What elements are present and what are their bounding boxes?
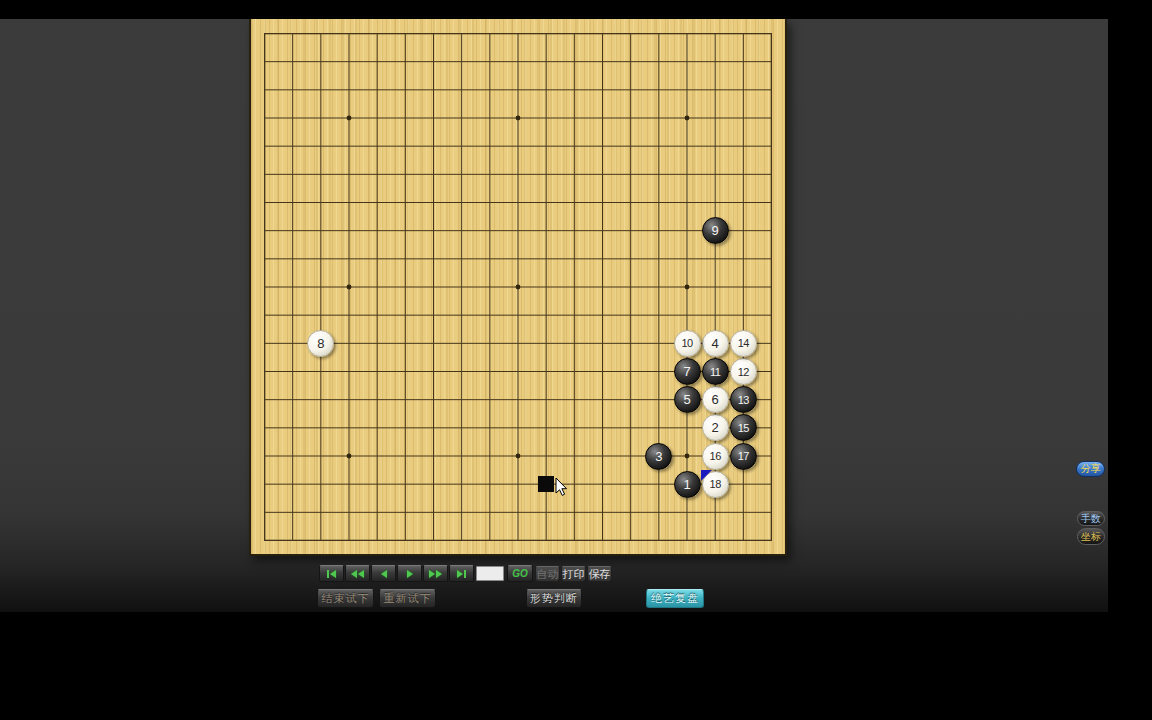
stone-move-14-S8: 14 xyxy=(730,330,757,357)
fast-forward-icon xyxy=(429,570,435,578)
stone-move-8-C8: 8 xyxy=(307,330,334,357)
nav-last-button[interactable] xyxy=(449,565,474,582)
mouse-cursor xyxy=(555,477,569,497)
stone-move-11-R7: 11 xyxy=(702,358,729,385)
share-button[interactable]: 分享 xyxy=(1076,461,1105,477)
go-board[interactable]: 123456789101112131415161718 xyxy=(249,19,787,556)
end-trial-button[interactable]: 结束试下 xyxy=(317,589,374,608)
step-back-icon xyxy=(381,570,387,578)
stone-move-3-P4: 3 xyxy=(645,443,672,470)
stone-move-7-Q7: 7 xyxy=(674,358,701,385)
stone-move-9-R12: 9 xyxy=(702,217,729,244)
skip-to-end-icon xyxy=(457,570,463,578)
stone-move-2-R5: 2 xyxy=(702,414,729,441)
stone-move-5-Q6: 5 xyxy=(674,386,701,413)
nav-first-button[interactable] xyxy=(319,565,344,582)
skip-to-start-icon xyxy=(327,570,329,578)
nav-fast-forward-button[interactable] xyxy=(423,565,448,582)
ghost-stone-indicator xyxy=(538,476,554,492)
move-numbers-toggle-button[interactable]: 手数 xyxy=(1077,511,1105,526)
last-move-marker xyxy=(701,470,712,481)
ai-review-button[interactable]: 绝艺复盘 xyxy=(646,589,704,608)
position-judgement-button[interactable]: 形势判断 xyxy=(526,589,582,608)
nav-forward-button[interactable] xyxy=(397,565,422,582)
print-button[interactable]: 打印 xyxy=(561,566,586,582)
nav-back-button[interactable] xyxy=(371,565,396,582)
restart-trial-button[interactable]: 重新试下 xyxy=(379,589,436,608)
stone-move-17-S4: 17 xyxy=(730,443,757,470)
stone-move-16-R4: 16 xyxy=(702,443,729,470)
save-button[interactable]: 保存 xyxy=(587,566,612,582)
move-number-input[interactable] xyxy=(476,566,504,581)
auto-play-button[interactable]: 自动 xyxy=(535,566,560,582)
app-window: 123456789101112131415161718 GO 自动 打印 保存 … xyxy=(0,0,1152,720)
coordinates-toggle-button[interactable]: 坐标 xyxy=(1077,528,1105,545)
stone-move-15-S5: 15 xyxy=(730,414,757,441)
stone-move-12-S7: 12 xyxy=(730,358,757,385)
go-button[interactable]: GO xyxy=(507,565,533,582)
stone-move-6-R6: 6 xyxy=(702,386,729,413)
stone-move-4-R8: 4 xyxy=(702,330,729,357)
stone-move-13-S6: 13 xyxy=(730,386,757,413)
board-grid xyxy=(264,33,772,541)
stone-move-1-Q3: 1 xyxy=(674,471,701,498)
nav-fast-rewind-button[interactable] xyxy=(345,565,370,582)
stone-move-10-Q8: 10 xyxy=(674,330,701,357)
step-forward-icon xyxy=(407,570,413,578)
fast-rewind-icon xyxy=(351,570,357,578)
